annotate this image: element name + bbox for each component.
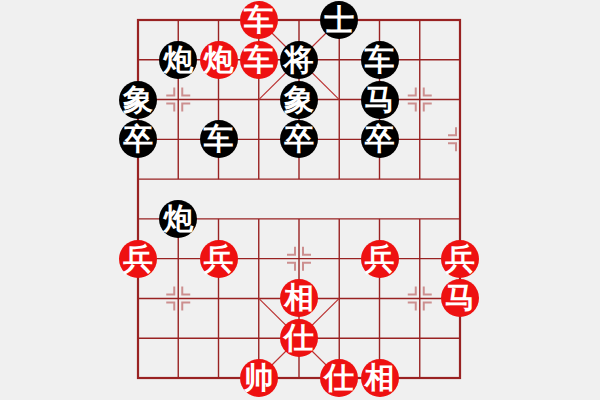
intersection	[239, 119, 279, 159]
piece-red-advisor[interactable]: 仕	[320, 359, 358, 397]
intersection	[158, 278, 198, 318]
intersection	[118, 199, 158, 239]
intersection: 炮	[198, 40, 238, 80]
intersection	[198, 0, 238, 40]
intersection: 炮	[158, 199, 198, 239]
intersection: 士	[319, 0, 359, 40]
intersection: 兵	[359, 239, 399, 279]
intersection	[158, 119, 198, 159]
intersection: 仕	[279, 318, 319, 358]
intersection: 相	[359, 358, 399, 398]
intersection: 象	[279, 80, 319, 120]
intersection: 兵	[198, 239, 238, 279]
piece-black-soldier[interactable]: 卒	[361, 120, 399, 158]
intersection	[239, 239, 279, 279]
piece-black-elephant[interactable]: 象	[280, 81, 318, 119]
intersection	[400, 358, 440, 398]
intersection: 车	[198, 119, 238, 159]
intersection	[198, 318, 238, 358]
intersection	[359, 159, 399, 199]
piece-red-soldier[interactable]: 兵	[200, 240, 238, 278]
intersection	[158, 159, 198, 199]
intersection	[118, 318, 158, 358]
intersection	[198, 199, 238, 239]
intersection: 象	[118, 80, 158, 120]
intersection	[440, 80, 480, 120]
intersection: 卒	[279, 119, 319, 159]
piece-red-cannon[interactable]: 炮	[200, 41, 238, 79]
intersection	[400, 239, 440, 279]
intersection: 车	[359, 40, 399, 80]
piece-black-chariot[interactable]: 车	[361, 41, 399, 79]
intersection	[440, 0, 480, 40]
intersection	[158, 318, 198, 358]
intersection	[319, 159, 359, 199]
intersection	[400, 278, 440, 318]
piece-black-cannon[interactable]: 炮	[159, 200, 197, 238]
intersection	[319, 239, 359, 279]
piece-red-horse[interactable]: 马	[441, 279, 479, 317]
piece-black-soldier[interactable]: 卒	[119, 120, 157, 158]
intersection: 卒	[118, 119, 158, 159]
intersection: 相	[279, 278, 319, 318]
intersection	[118, 40, 158, 80]
piece-red-general[interactable]: 帅	[240, 359, 278, 397]
intersection	[198, 358, 238, 398]
intersection: 车	[239, 0, 279, 40]
intersection: 炮	[158, 40, 198, 80]
piece-black-cannon[interactable]: 炮	[159, 41, 197, 79]
intersection	[359, 199, 399, 239]
intersection: 仕	[319, 358, 359, 398]
intersection	[279, 199, 319, 239]
intersection	[359, 278, 399, 318]
intersection	[279, 358, 319, 398]
intersection	[158, 0, 198, 40]
intersection	[319, 278, 359, 318]
piece-red-soldier[interactable]: 兵	[441, 240, 479, 278]
intersection: 兵	[118, 239, 158, 279]
intersection: 兵	[440, 239, 480, 279]
intersection	[440, 358, 480, 398]
intersection	[279, 0, 319, 40]
intersection	[279, 239, 319, 279]
intersection: 车	[239, 40, 279, 80]
piece-black-general[interactable]: 将	[280, 41, 318, 79]
intersection	[319, 318, 359, 358]
piece-black-horse[interactable]: 马	[361, 81, 399, 119]
intersection	[198, 278, 238, 318]
intersection	[319, 199, 359, 239]
intersection	[359, 318, 399, 358]
intersection	[118, 358, 158, 398]
piece-red-chariot[interactable]: 车	[240, 1, 278, 39]
piece-black-elephant[interactable]: 象	[119, 81, 157, 119]
intersection	[158, 239, 198, 279]
intersection	[400, 80, 440, 120]
intersection	[440, 199, 480, 239]
intersection	[440, 159, 480, 199]
intersection	[319, 80, 359, 120]
intersection	[239, 159, 279, 199]
piece-red-elephant[interactable]: 相	[280, 279, 318, 317]
intersection	[158, 80, 198, 120]
intersection: 将	[279, 40, 319, 80]
intersection: 马	[359, 80, 399, 120]
intersection	[118, 159, 158, 199]
intersection: 卒	[359, 119, 399, 159]
intersection	[319, 119, 359, 159]
intersection	[400, 0, 440, 40]
piece-red-advisor[interactable]: 仕	[280, 319, 318, 357]
intersection	[400, 199, 440, 239]
intersection	[239, 80, 279, 120]
intersection	[239, 278, 279, 318]
board-intersections: 车士炮炮车将车象象马卒车卒卒炮兵兵兵兵相马仕帅仕相	[118, 0, 480, 398]
intersection	[319, 40, 359, 80]
intersection	[440, 119, 480, 159]
piece-red-soldier[interactable]: 兵	[361, 240, 399, 278]
intersection	[400, 40, 440, 80]
intersection	[400, 318, 440, 358]
piece-black-advisor[interactable]: 士	[320, 1, 358, 39]
intersection	[400, 119, 440, 159]
intersection	[239, 318, 279, 358]
intersection	[440, 40, 480, 80]
intersection	[239, 199, 279, 239]
piece-red-elephant[interactable]: 相	[361, 359, 399, 397]
intersection: 帅	[239, 358, 279, 398]
intersection	[198, 159, 238, 199]
piece-black-soldier[interactable]: 卒	[280, 120, 318, 158]
piece-red-chariot[interactable]: 车	[240, 41, 278, 79]
xiangqi-board: 车士炮炮车将车象象马卒车卒卒炮兵兵兵兵相马仕帅仕相	[0, 0, 600, 400]
intersection	[279, 159, 319, 199]
intersection	[400, 159, 440, 199]
piece-red-soldier[interactable]: 兵	[119, 240, 157, 278]
intersection	[440, 318, 480, 358]
intersection	[158, 358, 198, 398]
intersection	[118, 278, 158, 318]
intersection	[198, 80, 238, 120]
intersection	[359, 0, 399, 40]
intersection: 马	[440, 278, 480, 318]
intersection	[118, 0, 158, 40]
piece-black-chariot[interactable]: 车	[200, 120, 238, 158]
